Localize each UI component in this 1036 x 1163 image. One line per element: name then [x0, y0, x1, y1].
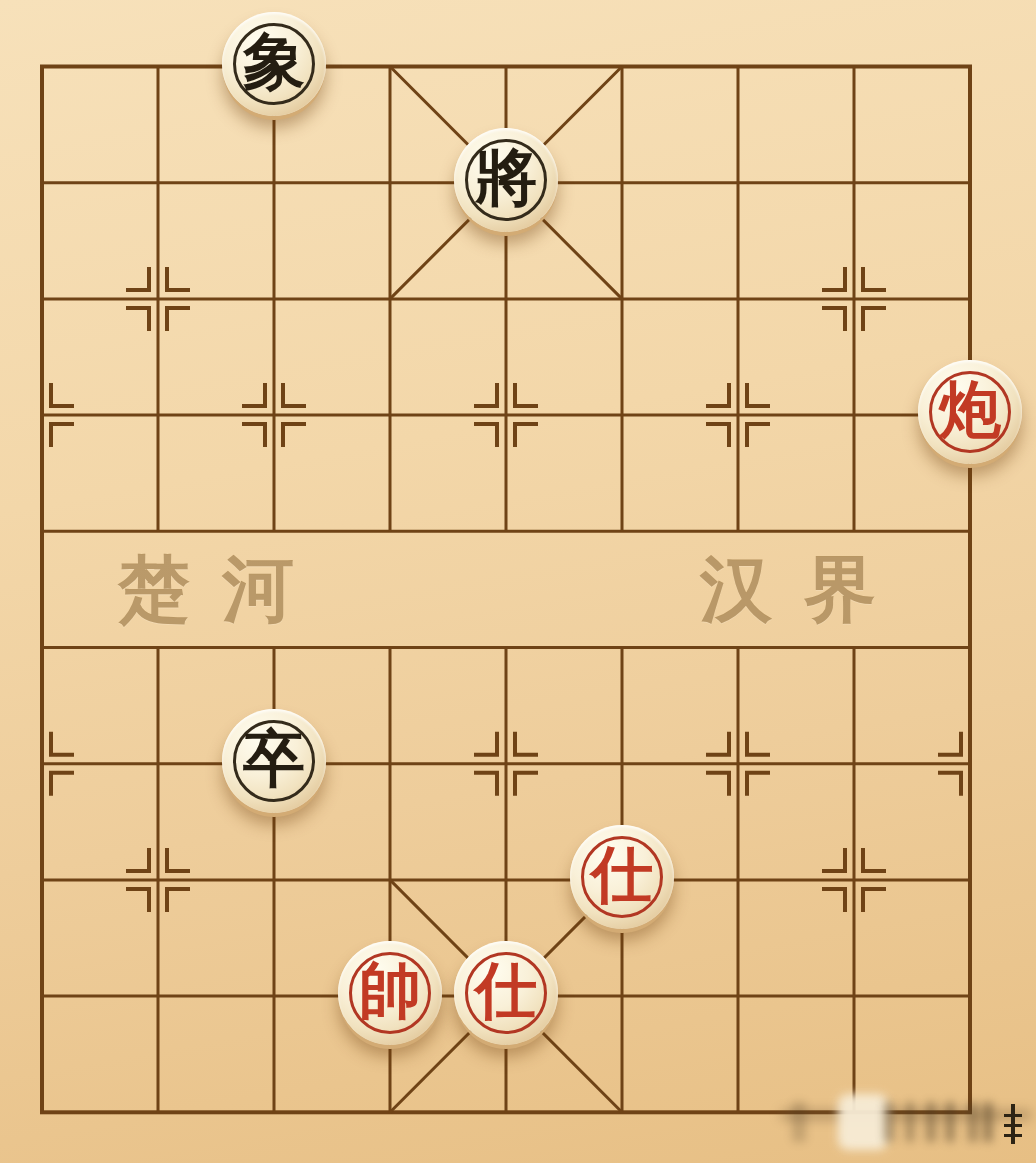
piece-glyph: 將	[475, 147, 537, 209]
piece-glyph: 卒	[243, 728, 305, 790]
piece-glyph: 象	[243, 31, 305, 93]
black-soldier[interactable]: 卒	[222, 709, 326, 813]
river-label-chu-he: 楚河	[118, 533, 326, 647]
red-advisor-2[interactable]: 仕	[454, 941, 558, 1045]
black-general[interactable]: 將	[454, 128, 558, 232]
piece-glyph: 仕	[591, 844, 653, 906]
piece-glyph: 炮	[939, 379, 1001, 441]
river-label-han-jie: 汉界	[700, 533, 908, 647]
piece-glyph: 帥	[359, 960, 421, 1022]
xiangqi-board[interactable]: 楚河 汉界 象將炮卒仕帥仕	[0, 0, 1036, 1163]
red-general[interactable]: 帥	[338, 941, 442, 1045]
red-advisor[interactable]: 仕	[570, 825, 674, 929]
black-elephant[interactable]: 象	[222, 12, 326, 116]
red-cannon[interactable]: 炮	[918, 360, 1022, 464]
piece-glyph: 仕	[475, 960, 537, 1022]
